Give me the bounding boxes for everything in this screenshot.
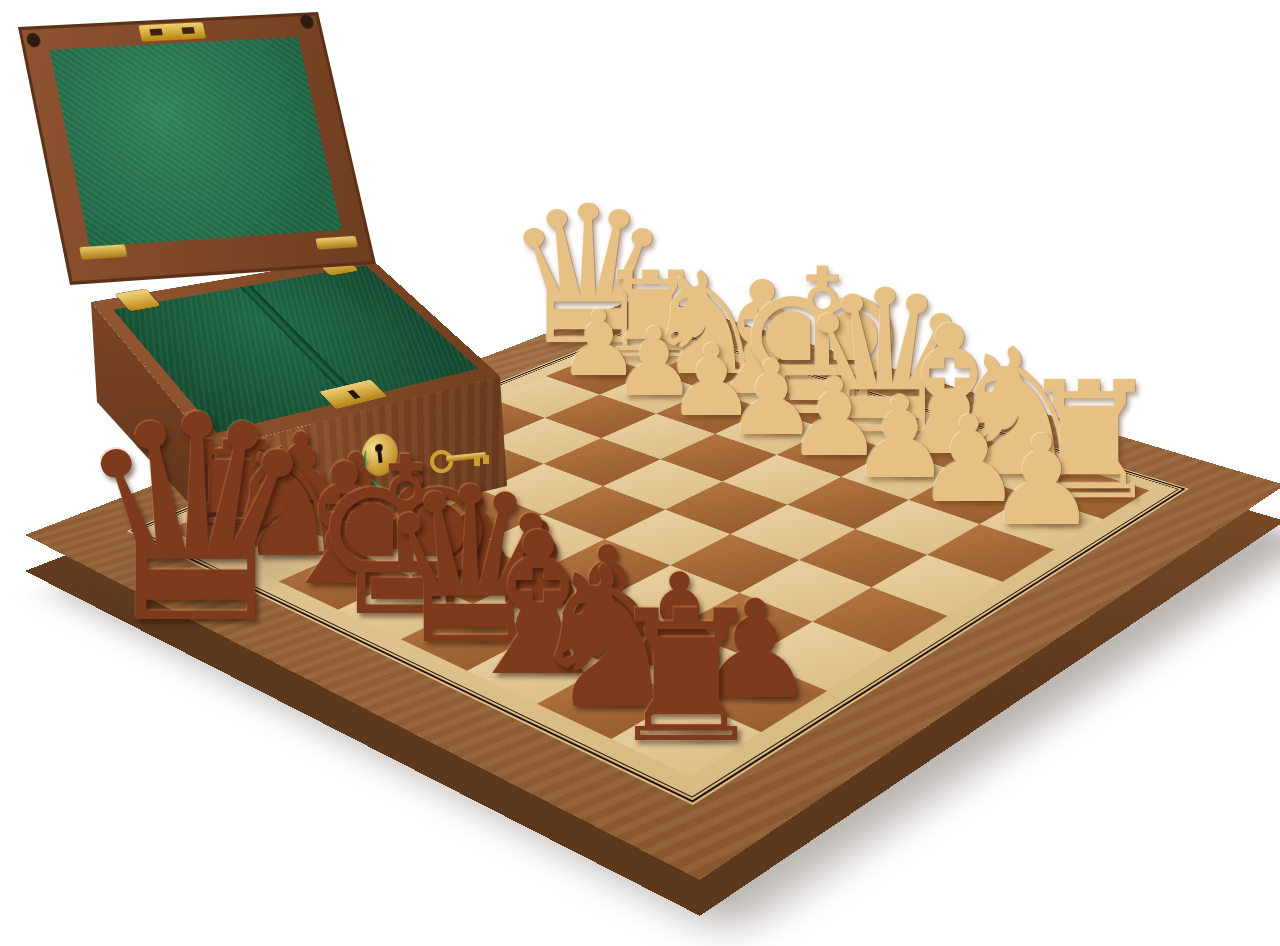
box-lid <box>18 12 376 285</box>
black-rook[interactable]: ♜ <box>605 587 768 769</box>
lock-slot <box>347 390 360 399</box>
white-pawn[interactable]: ♟ <box>986 419 1098 544</box>
lid-corner-foot <box>299 14 315 29</box>
brass-hinge-arm <box>79 244 127 260</box>
product-photo: ♜♞♝♛♚♝♞♜♟♟♟♟♟♟♟♟♟♟♟♟♟♟♟♟♜♞♝♛♚♝♞♜♛♛ <box>0 0 1280 946</box>
lid-corner-foot <box>25 33 41 48</box>
lid-latch-plate <box>138 22 206 42</box>
lid-felt-lining <box>49 37 341 247</box>
latch-slot <box>149 29 162 36</box>
black-extra-queen[interactable]: ♛ <box>69 379 324 663</box>
brass-hinge-arm <box>315 236 358 250</box>
latch-slot <box>181 27 194 34</box>
